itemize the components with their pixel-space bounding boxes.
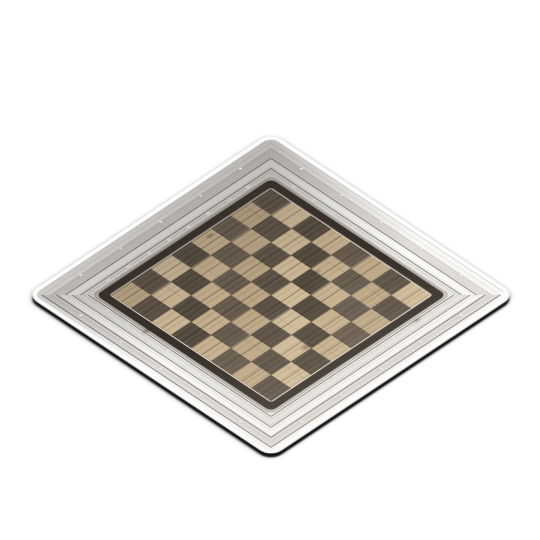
product-photo-background: aa88bb77cc66dd55ee44ff33gg22hh11 [0, 0, 540, 540]
chess-mat[interactable]: aa88bb77cc66dd55ee44ff33gg22hh11 [26, 132, 515, 457]
wood-surface: aa88bb77cc66dd55ee44ff33gg22hh11 [33, 137, 508, 453]
